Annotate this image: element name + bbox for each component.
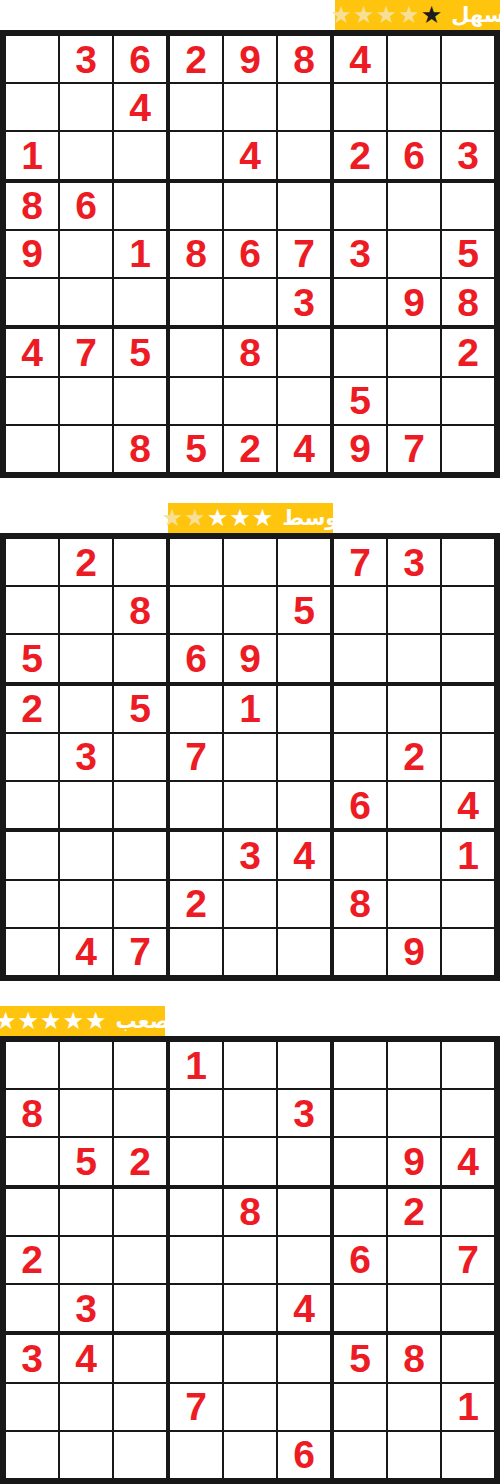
sudoku-cell-r1c9[interactable] (442, 539, 494, 585)
sudoku-cell-r2c6[interactable]: 3 (278, 1090, 330, 1136)
sudoku-cell-r7c8[interactable] (388, 329, 440, 375)
sudoku-cell-r1c4[interactable]: 1 (170, 1042, 222, 1088)
sudoku-cell-r8c7[interactable] (334, 1384, 386, 1430)
sudoku-cell-r3c1[interactable] (6, 1138, 58, 1184)
sudoku-cell-r2c5[interactable] (224, 84, 276, 130)
difficulty-banner-easy: ★★★★★ سهل (335, 0, 500, 30)
sudoku-cell-r1c8[interactable] (388, 36, 440, 82)
sudoku-cell-r7c8[interactable] (388, 832, 440, 878)
sudoku-cell-r1c3[interactable] (114, 1042, 166, 1088)
sudoku-cell-r6c3[interactable] (114, 1285, 166, 1331)
sudoku-cell-r8c1[interactable] (6, 1384, 58, 1430)
sudoku-cell-r3c2[interactable] (60, 132, 112, 178)
sudoku-cell-r9c3[interactable]: 7 (114, 929, 166, 975)
sudoku-box: 581 (334, 1335, 494, 1478)
sudoku-cell-r4c9[interactable] (442, 1189, 494, 1235)
sudoku-cell-r6c3[interactable] (114, 279, 166, 325)
sudoku-cell-r1c6[interactable]: 8 (278, 36, 330, 82)
sudoku-cell-r7c2[interactable] (60, 832, 112, 878)
sudoku-cell-r2c9[interactable] (442, 587, 494, 633)
sudoku-cell-r2c3[interactable]: 4 (114, 84, 166, 130)
sudoku-cell-r2c4[interactable] (170, 587, 222, 633)
sudoku-box: 569 (170, 539, 330, 682)
sudoku-cell-r3c7[interactable] (334, 1138, 386, 1184)
sudoku-cell-r1c4[interactable] (170, 539, 222, 585)
sudoku-cell-r9c3[interactable] (114, 1432, 166, 1478)
sudoku-cell-r8c7[interactable]: 8 (334, 881, 386, 927)
sudoku-cell-r6c3[interactable] (114, 782, 166, 828)
sudoku-cell-r9c4[interactable] (170, 1432, 222, 1478)
star-icon: ★ (63, 1006, 85, 1036)
star-icon: ★ (184, 503, 206, 533)
sudoku-page: ★★★★★ سهل 364129844263869186733598475885… (0, 0, 500, 1484)
sudoku-cell-r3c1[interactable]: 5 (6, 635, 58, 681)
sudoku-cell-r3c3[interactable]: 2 (114, 1138, 166, 1184)
sudoku-cell-r4c1[interactable]: 2 (6, 686, 58, 732)
sudoku-box: 34 (6, 1335, 166, 1478)
sudoku-cell-r5c7[interactable] (334, 734, 386, 780)
sudoku-cell-r3c9[interactable] (442, 635, 494, 681)
sudoku-cell-r6c4[interactable] (170, 279, 222, 325)
sudoku-box: 2984 (170, 36, 330, 179)
sudoku-cell-r1c1[interactable] (6, 539, 58, 585)
sudoku-cell-r1c9[interactable] (442, 36, 494, 82)
sudoku-cell-r9c6[interactable]: 4 (278, 426, 330, 472)
sudoku-box: 4263 (334, 36, 494, 179)
sudoku-box: 73 (334, 539, 494, 682)
sudoku-cell-r8c1[interactable] (6, 378, 58, 424)
sudoku-cell-r7c4[interactable] (170, 329, 222, 375)
difficulty-label: صعب (116, 1006, 170, 1036)
sudoku-cell-r1c2[interactable]: 3 (60, 36, 112, 82)
sudoku-cell-r7c2[interactable]: 7 (60, 329, 112, 375)
sudoku-cell-r2c4[interactable] (170, 84, 222, 130)
sudoku-cell-r4c4[interactable] (170, 1189, 222, 1235)
sudoku-box: 8524 (170, 329, 330, 472)
sudoku-cell-r1c9[interactable] (442, 1042, 494, 1088)
sudoku-box: 84 (170, 1189, 330, 1332)
sudoku-cell-r6c8[interactable]: 9 (388, 279, 440, 325)
sudoku-cell-r5c2[interactable] (60, 231, 112, 277)
sudoku-cell-r6c7[interactable] (334, 1285, 386, 1331)
sudoku-cell-r3c8[interactable]: 6 (388, 132, 440, 178)
sudoku-cell-r4c9[interactable] (442, 183, 494, 229)
sudoku-cell-r9c7[interactable] (334, 929, 386, 975)
sudoku-cell-r8c9[interactable] (442, 881, 494, 927)
sudoku-cell-r9c8[interactable] (388, 1432, 440, 1478)
sudoku-cell-r2c3[interactable]: 8 (114, 587, 166, 633)
sudoku-cell-r5c7[interactable]: 3 (334, 231, 386, 277)
sudoku-cell-r7c3[interactable]: 5 (114, 329, 166, 375)
puzzle-section-easy: ★★★★★ سهل 364129844263869186733598475885… (0, 0, 500, 478)
sudoku-cell-r6c4[interactable] (170, 782, 222, 828)
sudoku-cell-r3c7[interactable] (334, 635, 386, 681)
sudoku-cell-r5c9[interactable]: 5 (442, 231, 494, 277)
sudoku-cell-r6c2[interactable]: 3 (60, 1285, 112, 1331)
sudoku-cell-r9c7[interactable] (334, 1432, 386, 1478)
sudoku-cell-r8c9[interactable] (442, 378, 494, 424)
difficulty-stars: ★★★★★ (331, 0, 443, 30)
sudoku-cell-r7c3[interactable] (114, 1335, 166, 1381)
star-icon: ★ (207, 503, 229, 533)
sudoku-cell-r1c5[interactable] (224, 1042, 276, 1088)
difficulty-stars: ★★★★★ (0, 1006, 107, 1036)
sudoku-cell-r4c6[interactable] (278, 686, 330, 732)
sudoku-cell-r7c7[interactable] (334, 832, 386, 878)
sudoku-cell-r6c7[interactable]: 6 (334, 782, 386, 828)
sudoku-cell-r6c9[interactable]: 8 (442, 279, 494, 325)
sudoku-cell-r3c2[interactable]: 5 (60, 1138, 112, 1184)
sudoku-cell-r6c1[interactable] (6, 782, 58, 828)
sudoku-box: 17 (170, 686, 330, 829)
sudoku-cell-r9c6[interactable]: 6 (278, 1432, 330, 1478)
sudoku-cell-r5c1[interactable] (6, 734, 58, 780)
sudoku-grid: 364129844263869186733598475885242597 (0, 30, 500, 478)
sudoku-cell-r6c2[interactable] (60, 279, 112, 325)
sudoku-cell-r2c8[interactable] (388, 84, 440, 130)
sudoku-cell-r4c7[interactable] (334, 183, 386, 229)
sudoku-box: 342 (170, 832, 330, 975)
sudoku-cell-r3c5[interactable] (224, 1138, 276, 1184)
sudoku-cell-r8c7[interactable]: 5 (334, 378, 386, 424)
sudoku-cell-r8c4[interactable]: 7 (170, 1384, 222, 1430)
sudoku-cell-r6c6[interactable] (278, 782, 330, 828)
sudoku-box: 264 (334, 686, 494, 829)
star-icon: ★ (421, 0, 443, 30)
sudoku-box: 852 (6, 1042, 166, 1185)
sudoku-cell-r1c8[interactable]: 3 (388, 539, 440, 585)
sudoku-cell-r2c7[interactable] (334, 1090, 386, 1136)
sudoku-cell-r3c6[interactable] (278, 132, 330, 178)
sudoku-cell-r9c5[interactable]: 2 (224, 426, 276, 472)
sudoku-cell-r4c6[interactable] (278, 183, 330, 229)
sudoku-cell-r3c6[interactable] (278, 1138, 330, 1184)
sudoku-grid: 852139423842673476581 (0, 1036, 500, 1484)
sudoku-box: 13 (170, 1042, 330, 1185)
sudoku-cell-r1c6[interactable] (278, 539, 330, 585)
sudoku-cell-r6c9[interactable] (442, 1285, 494, 1331)
sudoku-cell-r2c1[interactable] (6, 587, 58, 633)
sudoku-cell-r3c3[interactable] (114, 635, 166, 681)
sudoku-cell-r5c1[interactable]: 2 (6, 1237, 58, 1283)
sudoku-box: 285 (6, 539, 166, 682)
sudoku-cell-r1c4[interactable]: 2 (170, 36, 222, 82)
sudoku-cell-r5c8[interactable] (388, 1237, 440, 1283)
sudoku-cell-r4c2[interactable] (60, 686, 112, 732)
sudoku-cell-r5c1[interactable]: 9 (6, 231, 58, 277)
sudoku-cell-r5c6[interactable] (278, 1237, 330, 1283)
sudoku-cell-r1c5[interactable] (224, 539, 276, 585)
sudoku-cell-r6c8[interactable] (388, 782, 440, 828)
sudoku-cell-r4c3[interactable]: 5 (114, 686, 166, 732)
sudoku-cell-r9c9[interactable] (442, 426, 494, 472)
sudoku-cell-r7c4[interactable] (170, 832, 222, 878)
sudoku-cell-r5c5[interactable] (224, 1237, 276, 1283)
sudoku-cell-r5c2[interactable]: 3 (60, 734, 112, 780)
sudoku-cell-r1c1[interactable] (6, 1042, 58, 1088)
sudoku-cell-r7c5[interactable] (224, 1335, 276, 1381)
sudoku-cell-r2c1[interactable]: 8 (6, 1090, 58, 1136)
sudoku-cell-r2c8[interactable] (388, 1090, 440, 1136)
difficulty-banner-medium: ★★★★★ وسط (168, 503, 333, 533)
sudoku-cell-r4c7[interactable] (334, 686, 386, 732)
difficulty-stars: ★★★★★ (162, 503, 274, 533)
sudoku-cell-r5c3[interactable] (114, 734, 166, 780)
sudoku-cell-r6c7[interactable] (334, 279, 386, 325)
sudoku-cell-r1c3[interactable] (114, 539, 166, 585)
sudoku-cell-r8c3[interactable] (114, 881, 166, 927)
sudoku-box: 2597 (334, 329, 494, 472)
sudoku-cell-r4c9[interactable] (442, 686, 494, 732)
sudoku-box: 94 (334, 1042, 494, 1185)
sudoku-cell-r8c2[interactable] (60, 378, 112, 424)
sudoku-cell-r2c9[interactable] (442, 84, 494, 130)
sudoku-cell-r7c6[interactable]: 4 (278, 832, 330, 878)
sudoku-cell-r8c8[interactable] (388, 378, 440, 424)
sudoku-cell-r4c1[interactable] (6, 1189, 58, 1235)
sudoku-cell-r9c7[interactable]: 9 (334, 426, 386, 472)
sudoku-cell-r9c4[interactable] (170, 929, 222, 975)
sudoku-cell-r2c2[interactable] (60, 1090, 112, 1136)
sudoku-cell-r4c8[interactable] (388, 686, 440, 732)
sudoku-cell-r2c7[interactable] (334, 587, 386, 633)
sudoku-cell-r4c1[interactable]: 8 (6, 183, 58, 229)
star-icon: ★ (18, 1006, 40, 1036)
sudoku-cell-r6c1[interactable] (6, 1285, 58, 1331)
star-icon: ★ (252, 503, 274, 533)
sudoku-cell-r1c2[interactable]: 2 (60, 539, 112, 585)
difficulty-banner-hard: ★★★★★ صعب (0, 1006, 165, 1036)
sudoku-cell-r3c4[interactable]: 6 (170, 635, 222, 681)
sudoku-box: 3641 (6, 36, 166, 179)
star-icon: ★ (229, 503, 251, 533)
sudoku-cell-r8c3[interactable] (114, 378, 166, 424)
sudoku-cell-r2c1[interactable] (6, 84, 58, 130)
sudoku-box: 47 (6, 832, 166, 975)
sudoku-cell-r3c2[interactable] (60, 635, 112, 681)
sudoku-cell-r8c8[interactable] (388, 881, 440, 927)
sudoku-cell-r5c4[interactable]: 7 (170, 734, 222, 780)
sudoku-cell-r5c8[interactable]: 2 (388, 734, 440, 780)
sudoku-cell-r7c1[interactable] (6, 832, 58, 878)
sudoku-cell-r7c6[interactable] (278, 1335, 330, 1381)
sudoku-cell-r3c3[interactable] (114, 132, 166, 178)
sudoku-cell-r9c9[interactable] (442, 1432, 494, 1478)
sudoku-cell-r4c5[interactable]: 8 (224, 1189, 276, 1235)
sudoku-cell-r7c8[interactable]: 8 (388, 1335, 440, 1381)
puzzle-section-hard: ★★★★★ صعب 852139423842673476581 (0, 1006, 500, 1484)
sudoku-cell-r7c9[interactable]: 2 (442, 329, 494, 375)
sudoku-cell-r2c5[interactable] (224, 1090, 276, 1136)
sudoku-cell-r3c8[interactable] (388, 635, 440, 681)
sudoku-cell-r1c7[interactable]: 4 (334, 36, 386, 82)
sudoku-cell-r8c9[interactable]: 1 (442, 1384, 494, 1430)
sudoku-cell-r5c9[interactable]: 7 (442, 1237, 494, 1283)
star-icon: ★ (353, 0, 375, 30)
sudoku-cell-r1c6[interactable] (278, 1042, 330, 1088)
sudoku-cell-r8c2[interactable] (60, 1384, 112, 1430)
sudoku-cell-r8c6[interactable] (278, 1384, 330, 1430)
sudoku-cell-r4c4[interactable] (170, 686, 222, 732)
sudoku-cell-r8c2[interactable] (60, 881, 112, 927)
sudoku-cell-r7c3[interactable] (114, 832, 166, 878)
sudoku-cell-r3c4[interactable] (170, 132, 222, 178)
sudoku-cell-r3c9[interactable]: 3 (442, 132, 494, 178)
sudoku-cell-r7c1[interactable]: 4 (6, 329, 58, 375)
sudoku-box: 76 (170, 1335, 330, 1478)
star-icon: ★ (162, 503, 184, 533)
sudoku-cell-r1c8[interactable] (388, 1042, 440, 1088)
sudoku-cell-r8c6[interactable] (278, 881, 330, 927)
sudoku-cell-r2c6[interactable] (278, 84, 330, 130)
sudoku-cell-r5c5[interactable] (224, 734, 276, 780)
sudoku-cell-r1c2[interactable] (60, 1042, 112, 1088)
star-icon: ★ (0, 1006, 17, 1036)
sudoku-cell-r2c5[interactable] (224, 587, 276, 633)
sudoku-cell-r4c3[interactable] (114, 1189, 166, 1235)
sudoku-cell-r9c5[interactable] (224, 1432, 276, 1478)
sudoku-cell-r2c4[interactable] (170, 1090, 222, 1136)
star-icon: ★ (40, 1006, 62, 1036)
sudoku-cell-r9c3[interactable]: 8 (114, 426, 166, 472)
sudoku-cell-r3c8[interactable]: 9 (388, 1138, 440, 1184)
sudoku-cell-r5c3[interactable] (114, 1237, 166, 1283)
puzzle-section-medium: ★★★★★ وسط 285569732531726447342189 (0, 503, 500, 981)
sudoku-cell-r2c9[interactable] (442, 1090, 494, 1136)
sudoku-cell-r1c7[interactable] (334, 1042, 386, 1088)
sudoku-cell-r4c8[interactable] (388, 183, 440, 229)
sudoku-cell-r5c6[interactable] (278, 734, 330, 780)
sudoku-cell-r9c1[interactable] (6, 929, 58, 975)
sudoku-cell-r4c6[interactable] (278, 1189, 330, 1235)
sudoku-box: 3598 (334, 183, 494, 326)
sudoku-cell-r5c4[interactable] (170, 1237, 222, 1283)
sudoku-cell-r7c6[interactable] (278, 329, 330, 375)
sudoku-cell-r2c8[interactable] (388, 587, 440, 633)
sudoku-cell-r8c6[interactable] (278, 378, 330, 424)
sudoku-cell-r4c8[interactable]: 2 (388, 1189, 440, 1235)
star-icon: ★ (398, 0, 420, 30)
sudoku-cell-r9c1[interactable] (6, 1432, 58, 1478)
sudoku-cell-r6c1[interactable] (6, 279, 58, 325)
sudoku-cell-r1c5[interactable]: 9 (224, 36, 276, 82)
sudoku-cell-r5c6[interactable]: 7 (278, 231, 330, 277)
sudoku-cell-r4c5[interactable] (224, 183, 276, 229)
sudoku-cell-r6c5[interactable] (224, 782, 276, 828)
sudoku-cell-r7c9[interactable] (442, 1335, 494, 1381)
sudoku-cell-r8c3[interactable] (114, 1384, 166, 1430)
sudoku-cell-r5c9[interactable] (442, 734, 494, 780)
sudoku-box: 23 (6, 1189, 166, 1332)
sudoku-cell-r9c6[interactable] (278, 929, 330, 975)
sudoku-cell-r7c5[interactable]: 8 (224, 329, 276, 375)
sudoku-box: 8673 (170, 183, 330, 326)
sudoku-cell-r8c4[interactable]: 2 (170, 881, 222, 927)
sudoku-cell-r9c2[interactable]: 4 (60, 929, 112, 975)
sudoku-cell-r2c7[interactable] (334, 84, 386, 130)
sudoku-cell-r3c5[interactable]: 4 (224, 132, 276, 178)
sudoku-cell-r2c6[interactable]: 5 (278, 587, 330, 633)
sudoku-cell-r8c5[interactable] (224, 378, 276, 424)
star-icon: ★ (331, 0, 353, 30)
sudoku-cell-r1c7[interactable]: 7 (334, 539, 386, 585)
sudoku-cell-r3c4[interactable] (170, 1138, 222, 1184)
sudoku-cell-r9c5[interactable] (224, 929, 276, 975)
sudoku-cell-r9c4[interactable]: 5 (170, 426, 222, 472)
sudoku-cell-r8c1[interactable] (6, 881, 58, 927)
sudoku-cell-r4c4[interactable] (170, 183, 222, 229)
sudoku-cell-r6c9[interactable]: 4 (442, 782, 494, 828)
sudoku-cell-r6c5[interactable] (224, 279, 276, 325)
sudoku-cell-r7c9[interactable]: 1 (442, 832, 494, 878)
sudoku-cell-r7c1[interactable]: 3 (6, 1335, 58, 1381)
sudoku-cell-r4c5[interactable]: 1 (224, 686, 276, 732)
sudoku-cell-r5c8[interactable] (388, 231, 440, 277)
sudoku-cell-r7c4[interactable] (170, 1335, 222, 1381)
sudoku-cell-r2c2[interactable] (60, 84, 112, 130)
sudoku-grid: 285569732531726447342189 (0, 533, 500, 981)
sudoku-cell-r3c1[interactable]: 1 (6, 132, 58, 178)
sudoku-cell-r5c5[interactable]: 6 (224, 231, 276, 277)
star-icon: ★ (85, 1006, 107, 1036)
sudoku-cell-r8c5[interactable] (224, 1384, 276, 1430)
sudoku-cell-r6c2[interactable] (60, 782, 112, 828)
sudoku-cell-r4c2[interactable] (60, 1189, 112, 1235)
sudoku-cell-r6c8[interactable] (388, 1285, 440, 1331)
sudoku-cell-r6c6[interactable]: 3 (278, 279, 330, 325)
sudoku-cell-r9c1[interactable] (6, 426, 58, 472)
sudoku-cell-r8c5[interactable] (224, 881, 276, 927)
sudoku-cell-r5c4[interactable]: 8 (170, 231, 222, 277)
sudoku-cell-r2c3[interactable] (114, 1090, 166, 1136)
sudoku-cell-r6c4[interactable] (170, 1285, 222, 1331)
sudoku-cell-r5c3[interactable]: 1 (114, 231, 166, 277)
sudoku-cell-r7c5[interactable]: 3 (224, 832, 276, 878)
star-icon: ★ (376, 0, 398, 30)
sudoku-cell-r2c2[interactable] (60, 587, 112, 633)
sudoku-cell-r3c5[interactable]: 9 (224, 635, 276, 681)
sudoku-cell-r3c6[interactable] (278, 635, 330, 681)
sudoku-cell-r9c8[interactable]: 9 (388, 929, 440, 975)
sudoku-cell-r7c2[interactable]: 4 (60, 1335, 112, 1381)
sudoku-cell-r4c2[interactable]: 6 (60, 183, 112, 229)
sudoku-cell-r6c6[interactable]: 4 (278, 1285, 330, 1331)
sudoku-box: 8691 (6, 183, 166, 326)
sudoku-cell-r1c3[interactable]: 6 (114, 36, 166, 82)
sudoku-box: 4758 (6, 329, 166, 472)
sudoku-cell-r5c7[interactable]: 6 (334, 1237, 386, 1283)
sudoku-cell-r6c5[interactable] (224, 1285, 276, 1331)
sudoku-cell-r9c2[interactable] (60, 1432, 112, 1478)
sudoku-cell-r9c8[interactable]: 7 (388, 426, 440, 472)
sudoku-cell-r5c2[interactable] (60, 1237, 112, 1283)
sudoku-cell-r9c9[interactable] (442, 929, 494, 975)
difficulty-label: سهل (451, 0, 500, 30)
sudoku-cell-r3c7[interactable]: 2 (334, 132, 386, 178)
sudoku-cell-r7c7[interactable]: 5 (334, 1335, 386, 1381)
sudoku-cell-r3c9[interactable]: 4 (442, 1138, 494, 1184)
sudoku-cell-r4c3[interactable] (114, 183, 166, 229)
sudoku-cell-r4c7[interactable] (334, 1189, 386, 1235)
sudoku-cell-r9c2[interactable] (60, 426, 112, 472)
sudoku-cell-r8c8[interactable] (388, 1384, 440, 1430)
sudoku-cell-r8c4[interactable] (170, 378, 222, 424)
sudoku-box: 253 (6, 686, 166, 829)
sudoku-cell-r7c7[interactable] (334, 329, 386, 375)
sudoku-box: 189 (334, 832, 494, 975)
sudoku-cell-r1c1[interactable] (6, 36, 58, 82)
sudoku-box: 267 (334, 1189, 494, 1332)
